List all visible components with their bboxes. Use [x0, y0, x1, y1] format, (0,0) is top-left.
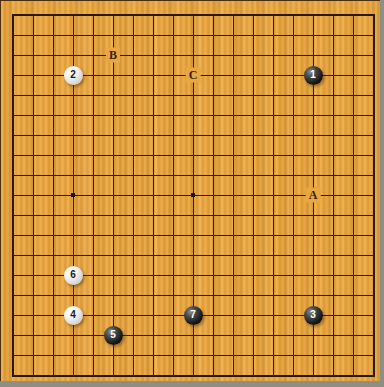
grid-line-vertical: [333, 15, 334, 375]
go-diagram-screenshot: ABC1234567: [0, 0, 384, 387]
white-stone-move-4-D4[interactable]: 4: [64, 306, 83, 325]
move-number: 4: [70, 310, 76, 320]
move-number: 2: [70, 70, 76, 80]
grid-line-horizontal: [13, 255, 373, 256]
move-number: 1: [310, 70, 316, 80]
grid-line-vertical: [273, 15, 274, 375]
black-stone-move-3-Q4[interactable]: 3: [304, 306, 323, 325]
star-point: [71, 193, 75, 197]
point-label-C[interactable]: C: [186, 68, 201, 83]
move-number: 6: [70, 270, 76, 280]
black-stone-move-1-Q16[interactable]: 1: [304, 66, 323, 85]
grid-line-horizontal: [13, 295, 373, 296]
grid-line-horizontal: [13, 215, 373, 216]
star-point: [191, 193, 195, 197]
move-number: 3: [310, 310, 316, 320]
grid-line-horizontal: [13, 335, 373, 336]
grid-line-vertical: [293, 15, 294, 375]
point-label-A[interactable]: A: [306, 188, 321, 203]
black-stone-move-7-K4[interactable]: 7: [184, 306, 203, 325]
move-number: 7: [190, 310, 196, 320]
grid-line-horizontal: [13, 235, 373, 236]
point-label-B[interactable]: B: [106, 48, 120, 63]
grid-line-vertical: [253, 15, 254, 375]
move-number: 5: [110, 330, 116, 340]
white-stone-move-6-D6[interactable]: 6: [64, 266, 83, 285]
grid-line-vertical: [353, 15, 354, 375]
go-board[interactable]: ABC1234567: [0, 0, 380, 381]
white-stone-move-2-D16[interactable]: 2: [64, 66, 83, 85]
black-stone-move-5-F3[interactable]: 5: [104, 326, 123, 345]
grid-line-horizontal: [13, 355, 373, 356]
grid-line-vertical: [213, 15, 214, 375]
grid-line-vertical: [233, 15, 234, 375]
